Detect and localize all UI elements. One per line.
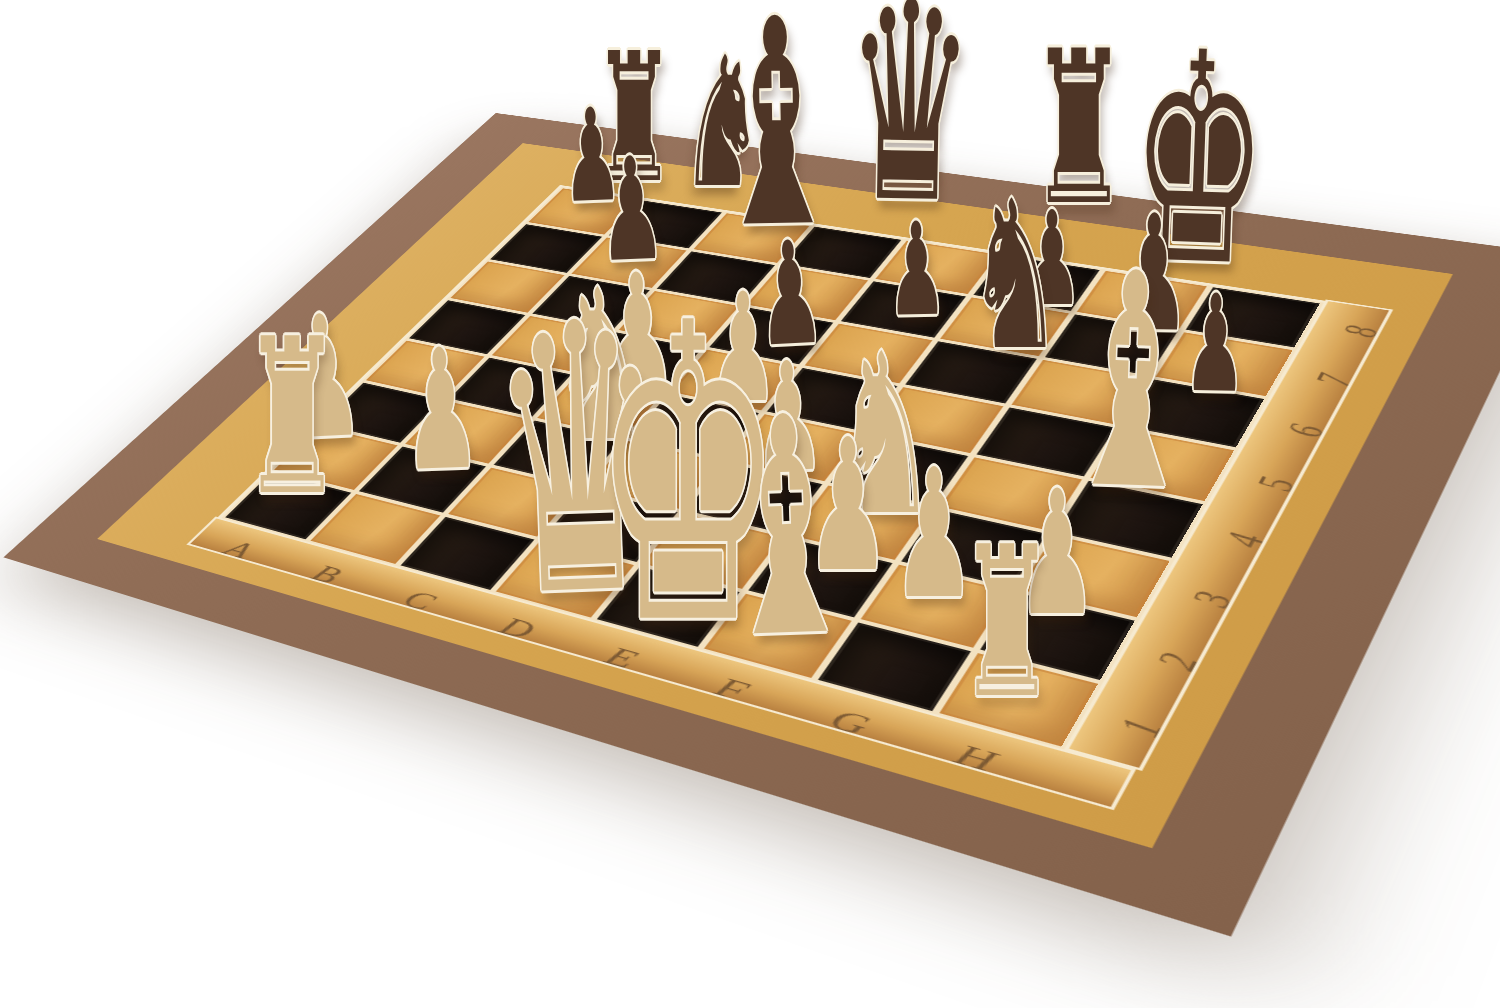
piece-white-bishop-f1[interactable]: ♝ [712,377,862,682]
papercraft-chess-scene: ABCDEFGH 12345678 ♜♟♟♞♟♟♟♛♚♝♟♞♟♟♜♝♜♞♝♛♜♚… [0,0,1500,1008]
piece-white-rook-h1[interactable]: ♜ [959,519,1056,727]
piece-white-pawn-b2[interactable]: ♟ [400,326,483,495]
piece-white-rook-a1[interactable]: ♜ [242,310,342,525]
piece-black-knight-f6[interactable]: ♞ [967,174,1063,379]
